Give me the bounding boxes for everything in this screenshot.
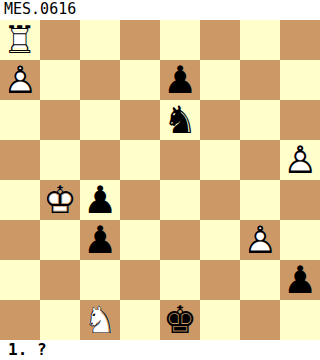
square-g7[interactable] [240,60,280,100]
square-b5[interactable] [40,140,80,180]
square-f8[interactable] [200,20,240,60]
square-e6[interactable]: ♞ [160,100,200,140]
square-b4[interactable]: ♚♔ [40,180,80,220]
square-a1[interactable] [0,300,40,340]
square-h6[interactable] [280,100,320,140]
move-prompt: 1. ? [0,340,320,360]
square-g4[interactable] [240,180,280,220]
square-h7[interactable] [280,60,320,100]
square-b3[interactable] [40,220,80,260]
black-king-piece[interactable]: ♚ [160,300,200,340]
square-a8[interactable]: ♜♖ [0,20,40,60]
square-b1[interactable] [40,300,80,340]
square-h3[interactable] [280,220,320,260]
square-d1[interactable] [120,300,160,340]
square-g6[interactable] [240,100,280,140]
square-a3[interactable] [0,220,40,260]
black-pawn-piece[interactable]: ♟ [280,260,320,300]
square-c5[interactable] [80,140,120,180]
black-knight-piece[interactable]: ♞ [160,100,200,140]
square-b2[interactable] [40,260,80,300]
square-f2[interactable] [200,260,240,300]
puzzle-id-title: MES.0616 [0,0,320,20]
square-e2[interactable] [160,260,200,300]
square-g5[interactable] [240,140,280,180]
square-f3[interactable] [200,220,240,260]
black-pawn-piece[interactable]: ♟ [160,60,200,100]
square-d7[interactable] [120,60,160,100]
square-g1[interactable] [240,300,280,340]
square-a2[interactable] [0,260,40,300]
square-e8[interactable] [160,20,200,60]
white-pawn-piece[interactable]: ♟♙ [240,220,280,260]
square-c7[interactable] [80,60,120,100]
square-e1[interactable]: ♚ [160,300,200,340]
square-h1[interactable] [280,300,320,340]
square-g8[interactable] [240,20,280,60]
white-knight-piece[interactable]: ♞♘ [80,300,120,340]
square-d4[interactable] [120,180,160,220]
square-f1[interactable] [200,300,240,340]
square-c6[interactable] [80,100,120,140]
square-h2[interactable]: ♟ [280,260,320,300]
square-d6[interactable] [120,100,160,140]
white-pawn-piece[interactable]: ♟♙ [0,60,40,100]
square-f7[interactable] [200,60,240,100]
white-king-piece[interactable]: ♚♔ [40,180,80,220]
square-g2[interactable] [240,260,280,300]
square-a5[interactable] [0,140,40,180]
black-pawn-piece[interactable]: ♟ [80,220,120,260]
square-f6[interactable] [200,100,240,140]
square-e4[interactable] [160,180,200,220]
square-h8[interactable] [280,20,320,60]
square-d3[interactable] [120,220,160,260]
square-f4[interactable] [200,180,240,220]
chess-board: ♜♖♟♙♟♞♟♙♚♔♟♟♟♙♟♞♘♚ [0,20,320,340]
white-rook-piece[interactable]: ♜♖ [0,20,40,60]
square-e7[interactable]: ♟ [160,60,200,100]
square-c3[interactable]: ♟ [80,220,120,260]
square-a6[interactable] [0,100,40,140]
black-pawn-piece[interactable]: ♟ [80,180,120,220]
square-b8[interactable] [40,20,80,60]
square-d2[interactable] [120,260,160,300]
white-pawn-piece[interactable]: ♟♙ [280,140,320,180]
square-c1[interactable]: ♞♘ [80,300,120,340]
square-h4[interactable] [280,180,320,220]
square-c2[interactable] [80,260,120,300]
chess-puzzle-window: MES.0616 ♜♖♟♙♟♞♟♙♚♔♟♟♟♙♟♞♘♚ 1. ? [0,0,320,360]
square-a4[interactable] [0,180,40,220]
square-d5[interactable] [120,140,160,180]
square-e5[interactable] [160,140,200,180]
square-h5[interactable]: ♟♙ [280,140,320,180]
square-b6[interactable] [40,100,80,140]
square-c4[interactable]: ♟ [80,180,120,220]
square-c8[interactable] [80,20,120,60]
square-e3[interactable] [160,220,200,260]
square-g3[interactable]: ♟♙ [240,220,280,260]
square-f5[interactable] [200,140,240,180]
square-d8[interactable] [120,20,160,60]
square-a7[interactable]: ♟♙ [0,60,40,100]
square-b7[interactable] [40,60,80,100]
